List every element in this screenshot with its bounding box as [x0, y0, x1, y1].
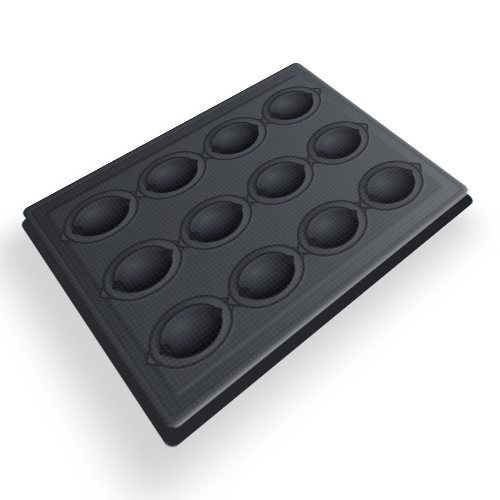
dome-tip-left	[211, 146, 220, 153]
dome-tip-right	[210, 307, 222, 318]
dome-tip-right	[188, 159, 198, 166]
dome-tip-left	[238, 287, 249, 297]
dome-tip-right	[232, 204, 242, 212]
dome-tip-right	[119, 198, 130, 206]
dome-tip-left	[158, 344, 171, 356]
dome-tip-right	[304, 93, 312, 99]
dome-tip-right	[347, 209, 356, 217]
dome-tip-right	[403, 169, 412, 176]
dome-tip-left	[270, 112, 278, 118]
dome-tip-left	[145, 183, 156, 191]
product-photo-background	[0, 0, 500, 500]
dome-tip-left	[256, 189, 266, 197]
dome-tip-left	[188, 232, 199, 241]
dome-tip-right	[161, 248, 172, 257]
tray-plane	[21, 61, 470, 431]
dome-tip-left	[111, 280, 123, 290]
dome-tip-left	[71, 226, 83, 235]
dome-tip-right	[351, 128, 359, 134]
dome-tip-right	[295, 164, 304, 171]
dome-tip-right	[283, 255, 293, 264]
dome-tip-left	[316, 151, 325, 158]
dome-tip-left	[307, 238, 317, 247]
dome-tip-left	[368, 194, 377, 202]
dome-tip-right	[249, 124, 258, 130]
